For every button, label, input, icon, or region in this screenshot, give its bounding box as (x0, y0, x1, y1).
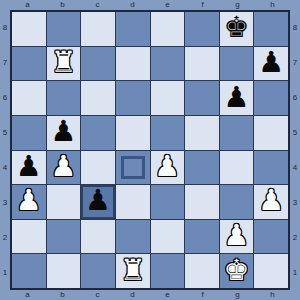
square-b8[interactable] (47, 12, 81, 46)
square-b7[interactable]: ♜ (47, 47, 81, 81)
square-e1[interactable] (151, 254, 185, 288)
white-pawn-b4[interactable]: ♟ (50, 152, 76, 181)
white-pawn-a3[interactable]: ♟ (16, 186, 42, 215)
rank-labels-right: 87654321 (290, 10, 300, 290)
rank-label-1: 1 (290, 255, 300, 290)
rank-label-5: 5 (0, 115, 10, 150)
rank-label-7: 7 (290, 45, 300, 80)
rank-label-1: 1 (0, 255, 10, 290)
square-a7[interactable] (12, 47, 46, 81)
file-label-b: b (45, 0, 80, 10)
square-b5[interactable]: ♟ (47, 116, 81, 150)
square-d8[interactable] (116, 12, 150, 46)
black-pawn-b5[interactable]: ♟ (50, 117, 76, 146)
square-d3[interactable] (116, 185, 150, 219)
square-c3[interactable]: ♟ (81, 185, 115, 219)
rank-label-6: 6 (0, 80, 10, 115)
square-c6[interactable] (81, 81, 115, 115)
square-d4[interactable] (116, 151, 150, 185)
square-d5[interactable] (116, 116, 150, 150)
square-e8[interactable] (151, 12, 185, 46)
square-h1[interactable] (254, 254, 288, 288)
square-g6[interactable]: ♟ (220, 81, 254, 115)
rank-label-7: 7 (0, 45, 10, 80)
white-king-g1[interactable]: ♚ (224, 256, 250, 285)
file-label-h: h (255, 290, 290, 300)
rank-label-3: 3 (290, 185, 300, 220)
square-h5[interactable] (254, 116, 288, 150)
square-h8[interactable] (254, 12, 288, 46)
square-a1[interactable] (12, 254, 46, 288)
square-g4[interactable] (220, 151, 254, 185)
file-label-d: d (115, 290, 150, 300)
square-c1[interactable] (81, 254, 115, 288)
square-b1[interactable] (47, 254, 81, 288)
square-f3[interactable] (185, 185, 219, 219)
rank-label-2: 2 (290, 220, 300, 255)
file-label-a: a (10, 290, 45, 300)
square-f4[interactable] (185, 151, 219, 185)
square-b2[interactable] (47, 220, 81, 254)
black-pawn-a4[interactable]: ♟ (16, 152, 42, 181)
board-grid: ♚♜♟♟♟♟♟♟♟♟♟♟♜♚ (10, 10, 290, 290)
square-h3[interactable]: ♟ (254, 185, 288, 219)
file-label-b: b (45, 290, 80, 300)
square-d7[interactable] (116, 47, 150, 81)
square-g8[interactable]: ♚ (220, 12, 254, 46)
white-pawn-e4[interactable]: ♟ (154, 152, 180, 181)
file-label-e: e (150, 0, 185, 10)
move-origin-marker (121, 156, 145, 180)
file-label-f: f (185, 0, 220, 10)
rank-label-4: 4 (0, 150, 10, 185)
square-a8[interactable] (12, 12, 46, 46)
square-h2[interactable] (254, 220, 288, 254)
rank-label-6: 6 (290, 80, 300, 115)
square-f1[interactable] (185, 254, 219, 288)
square-f7[interactable] (185, 47, 219, 81)
square-c5[interactable] (81, 116, 115, 150)
square-f5[interactable] (185, 116, 219, 150)
file-label-g: g (220, 0, 255, 10)
file-label-c: c (80, 290, 115, 300)
black-pawn-g6[interactable]: ♟ (224, 83, 250, 112)
square-e2[interactable] (151, 220, 185, 254)
square-b6[interactable] (47, 81, 81, 115)
rank-label-5: 5 (290, 115, 300, 150)
square-f2[interactable] (185, 220, 219, 254)
white-pawn-h3[interactable]: ♟ (258, 186, 284, 215)
square-e4[interactable]: ♟ (151, 151, 185, 185)
rank-label-3: 3 (0, 185, 10, 220)
black-pawn-h7[interactable]: ♟ (258, 48, 284, 77)
square-a3[interactable]: ♟ (12, 185, 46, 219)
square-g2[interactable]: ♟ (220, 220, 254, 254)
chess-diagram: abcdefgh abcdefgh 87654321 87654321 ♚♜♟♟… (0, 0, 300, 300)
white-rook-d1[interactable]: ♜ (120, 256, 146, 285)
rank-label-4: 4 (290, 150, 300, 185)
square-g7[interactable] (220, 47, 254, 81)
file-labels-top: abcdefgh (10, 0, 290, 10)
square-c4[interactable] (81, 151, 115, 185)
square-c8[interactable] (81, 12, 115, 46)
file-labels-bottom: abcdefgh (10, 290, 290, 300)
square-f8[interactable] (185, 12, 219, 46)
rank-label-2: 2 (0, 220, 10, 255)
square-b3[interactable] (47, 185, 81, 219)
square-f6[interactable] (185, 81, 219, 115)
rank-label-8: 8 (0, 10, 10, 45)
square-e5[interactable] (151, 116, 185, 150)
square-h6[interactable] (254, 81, 288, 115)
black-pawn-c3[interactable]: ♟ (85, 186, 111, 215)
rank-label-8: 8 (290, 10, 300, 45)
square-g3[interactable] (220, 185, 254, 219)
square-d1[interactable]: ♜ (116, 254, 150, 288)
white-pawn-g2[interactable]: ♟ (224, 221, 250, 250)
square-g1[interactable]: ♚ (220, 254, 254, 288)
square-a5[interactable] (12, 116, 46, 150)
file-label-a: a (10, 0, 45, 10)
file-label-c: c (80, 0, 115, 10)
square-c7[interactable] (81, 47, 115, 81)
square-e3[interactable] (151, 185, 185, 219)
square-d6[interactable] (116, 81, 150, 115)
square-d2[interactable] (116, 220, 150, 254)
file-label-e: e (150, 290, 185, 300)
square-b4[interactable]: ♟ (47, 151, 81, 185)
square-h4[interactable] (254, 151, 288, 185)
square-h7[interactable]: ♟ (254, 47, 288, 81)
black-king-g8[interactable]: ♚ (224, 13, 250, 42)
square-e6[interactable] (151, 81, 185, 115)
file-label-f: f (185, 290, 220, 300)
square-g5[interactable] (220, 116, 254, 150)
square-c2[interactable] (81, 220, 115, 254)
square-a2[interactable] (12, 220, 46, 254)
rank-labels-left: 87654321 (0, 10, 10, 290)
square-e7[interactable] (151, 47, 185, 81)
square-a6[interactable] (12, 81, 46, 115)
white-rook-b7[interactable]: ♜ (50, 48, 76, 77)
file-label-h: h (255, 0, 290, 10)
square-a4[interactable]: ♟ (12, 151, 46, 185)
file-label-d: d (115, 0, 150, 10)
file-label-g: g (220, 290, 255, 300)
